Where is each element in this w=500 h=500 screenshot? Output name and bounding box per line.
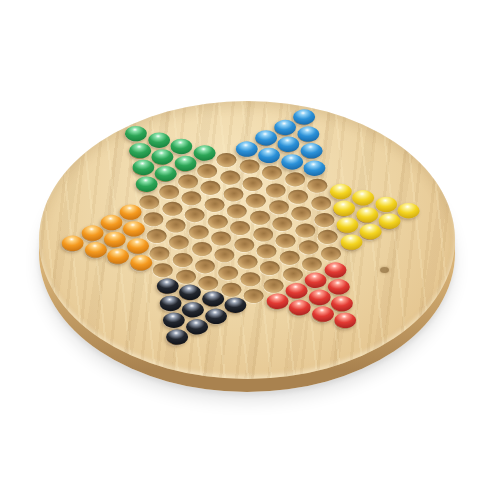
product-photo — [0, 0, 500, 500]
